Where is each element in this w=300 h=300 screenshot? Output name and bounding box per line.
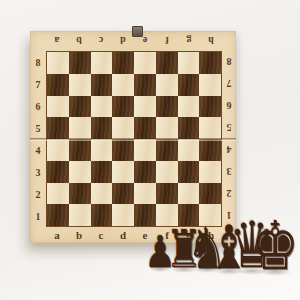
photo-scene: abcdefgh 87654321 87654321 abcdefgh ♟♜♞♝… [0,0,300,300]
black-king-piece: ♚ [251,220,299,272]
displayed-pieces-row: ♟♜♞♝♛♚ [0,0,300,300]
